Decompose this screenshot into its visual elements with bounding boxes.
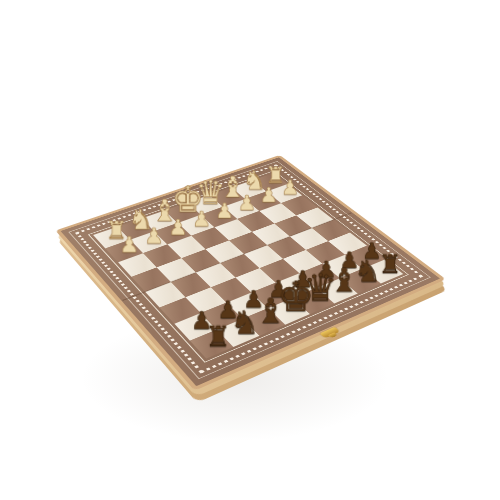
white-pawn: ♟ — [168, 217, 187, 239]
black-rook: ♜ — [379, 251, 402, 277]
square-h8: ♜ — [190, 330, 233, 359]
white-pawn: ♟ — [238, 193, 257, 214]
black-bishop: ♝ — [255, 294, 286, 328]
white-pawn: ♟ — [144, 226, 164, 248]
white-pawn: ♟ — [215, 201, 234, 222]
chess-set-photo: ♜♞♝♚♛♝♞♜♟♟♟♟♟♟♟♟♟♟♟♟♟♟♟♟♜♞♝♚♛♝♞♜ — [0, 0, 500, 500]
white-pawn: ♟ — [281, 178, 299, 198]
white-pawn: ♟ — [260, 185, 278, 206]
white-pawn: ♟ — [119, 234, 139, 256]
black-rook: ♜ — [205, 322, 230, 350]
white-pawn: ♟ — [192, 209, 211, 230]
black-knight: ♞ — [230, 307, 259, 339]
